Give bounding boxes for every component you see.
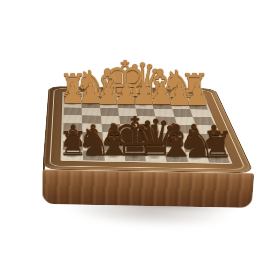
- square-a6[interactable]: [199, 134, 222, 143]
- square-g8[interactable]: [83, 150, 104, 160]
- wooden-chess-box: [43, 113, 252, 207]
- chess-box-stage: [0, 0, 278, 278]
- square-d4[interactable]: [137, 116, 157, 124]
- square-e4[interactable]: [119, 116, 139, 124]
- square-e6[interactable]: [121, 133, 142, 142]
- square-d5[interactable]: [139, 124, 160, 133]
- square-g4[interactable]: [82, 115, 101, 123]
- square-d8[interactable]: [144, 151, 167, 161]
- chess-board-grid: [63, 93, 230, 163]
- square-a4[interactable]: [193, 117, 215, 126]
- square-e8[interactable]: [124, 151, 146, 161]
- square-h7[interactable]: [63, 141, 83, 151]
- square-h8[interactable]: [63, 150, 84, 160]
- product-photo-scene: ♜♞♝♛♚♝♞♜♟♟♟♟♟♟♟♟♟♟♟♟♟♟♟♟♜♞♝♛♚♝♞♜: [0, 0, 278, 278]
- square-d6[interactable]: [140, 133, 162, 142]
- square-f8[interactable]: [103, 151, 125, 161]
- square-h5[interactable]: [63, 123, 82, 132]
- square-h4[interactable]: [64, 115, 83, 123]
- square-g6[interactable]: [83, 132, 103, 141]
- square-f6[interactable]: [102, 132, 123, 141]
- square-a8[interactable]: [205, 152, 230, 162]
- box-top-face: [43, 86, 255, 173]
- square-g7[interactable]: [83, 141, 104, 151]
- square-e7[interactable]: [122, 142, 144, 152]
- square-h6[interactable]: [63, 132, 83, 141]
- box-front-face: [43, 169, 255, 208]
- square-f7[interactable]: [103, 141, 124, 151]
- square-d7[interactable]: [142, 142, 164, 152]
- board-field-border: [60, 92, 232, 164]
- square-f4[interactable]: [100, 116, 120, 124]
- square-a7[interactable]: [202, 143, 226, 153]
- square-f5[interactable]: [101, 124, 121, 133]
- square-e5[interactable]: [120, 124, 141, 133]
- square-a5[interactable]: [196, 125, 219, 134]
- square-g5[interactable]: [82, 123, 102, 132]
